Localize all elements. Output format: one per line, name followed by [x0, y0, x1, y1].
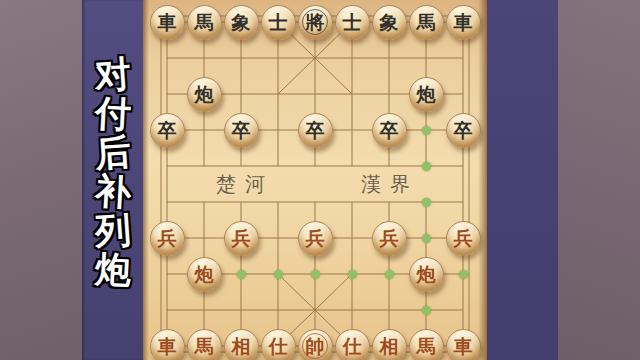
piece-red-advisor[interactable]: 仕 [261, 329, 296, 360]
board-point[interactable]: 炮 [186, 76, 223, 112]
piece-glyph: 象 [232, 13, 251, 32]
board-point[interactable]: 相 [371, 328, 408, 360]
board-point[interactable] [149, 256, 186, 292]
move-hint-dot[interactable] [385, 270, 394, 279]
board-point[interactable]: 卒 [223, 112, 260, 148]
move-hint-dot[interactable] [311, 270, 320, 279]
board-point[interactable] [149, 292, 186, 328]
board-point[interactable] [223, 184, 260, 220]
piece-glyph: 炮 [417, 265, 436, 284]
move-hint-dot[interactable] [274, 270, 283, 279]
board-point[interactable]: 帥 [297, 328, 334, 360]
board-point[interactable] [149, 148, 186, 184]
board-point[interactable] [371, 40, 408, 76]
board-point[interactable] [223, 76, 260, 112]
board-point[interactable] [260, 292, 297, 328]
board-point[interactable] [408, 184, 445, 220]
board-point[interactable]: 炮 [408, 256, 445, 292]
board-point[interactable] [297, 292, 334, 328]
piece-black-elephant[interactable]: 象 [372, 5, 407, 40]
board-point[interactable] [334, 292, 371, 328]
board-point[interactable]: 卒 [445, 112, 482, 148]
piece-glyph: 卒 [380, 121, 399, 140]
piece-glyph: 象 [380, 13, 399, 32]
move-hint-dot[interactable] [459, 270, 468, 279]
board-point[interactable] [334, 220, 371, 256]
board-point[interactable] [334, 112, 371, 148]
board-point[interactable] [334, 40, 371, 76]
piece-red-soldier[interactable]: 兵 [224, 221, 259, 256]
board-point[interactable] [297, 40, 334, 76]
piece-red-chariot[interactable]: 車 [446, 329, 481, 360]
board-point[interactable] [371, 184, 408, 220]
piece-red-horse[interactable]: 馬 [187, 329, 222, 360]
piece-black-chariot[interactable]: 車 [446, 5, 481, 40]
board-point[interactable]: 象 [371, 4, 408, 40]
piece-black-soldier[interactable]: 卒 [150, 113, 185, 148]
piece-black-advisor[interactable]: 士 [261, 5, 296, 40]
board-point[interactable] [334, 256, 371, 292]
banner-char: 对 [93, 55, 132, 96]
move-hint-dot[interactable] [422, 234, 431, 243]
piece-glyph: 帥 [306, 337, 325, 356]
background-strip-right [487, 0, 558, 360]
board-point[interactable]: 卒 [371, 112, 408, 148]
background-panel-left [0, 0, 82, 360]
move-hint-dot[interactable] [237, 270, 246, 279]
board-point[interactable] [371, 292, 408, 328]
piece-glyph: 兵 [306, 229, 325, 248]
piece-red-cannon[interactable]: 炮 [409, 257, 444, 292]
piece-black-horse[interactable]: 馬 [409, 5, 444, 40]
board-point[interactable] [149, 40, 186, 76]
board-point[interactable] [186, 40, 223, 76]
board-point[interactable]: 炮 [186, 256, 223, 292]
board-point[interactable] [445, 256, 482, 292]
board-point[interactable] [223, 256, 260, 292]
banner-char: 后 [93, 133, 132, 174]
piece-glyph: 炮 [417, 85, 436, 104]
board-point[interactable]: 兵 [297, 220, 334, 256]
move-hint-dot[interactable] [348, 270, 357, 279]
board-point[interactable] [149, 76, 186, 112]
piece-red-horse[interactable]: 馬 [409, 329, 444, 360]
piece-red-general[interactable]: 帥 [298, 329, 333, 360]
board-point[interactable]: 士 [334, 4, 371, 40]
board-point[interactable] [260, 256, 297, 292]
board-point[interactable] [223, 148, 260, 184]
board-point[interactable] [186, 148, 223, 184]
board-point[interactable] [445, 292, 482, 328]
board-point[interactable] [223, 40, 260, 76]
board-point[interactable]: 兵 [223, 220, 260, 256]
board-point[interactable]: 相 [223, 328, 260, 360]
board-point[interactable]: 馬 [408, 328, 445, 360]
piece-red-advisor[interactable]: 仕 [335, 329, 370, 360]
board-point[interactable]: 士 [260, 4, 297, 40]
board-point[interactable] [334, 148, 371, 184]
piece-black-advisor[interactable]: 士 [335, 5, 370, 40]
move-hint-dot[interactable] [422, 126, 431, 135]
piece-glyph: 兵 [380, 229, 399, 248]
move-hint-dot[interactable] [422, 198, 431, 207]
board-point[interactable] [260, 184, 297, 220]
board-point[interactable]: 仕 [260, 328, 297, 360]
piece-black-general[interactable]: 將 [298, 5, 333, 40]
board-point[interactable] [186, 220, 223, 256]
banner-char: 付 [94, 94, 132, 135]
board-point[interactable] [371, 148, 408, 184]
board-point[interactable] [149, 184, 186, 220]
board-point[interactable] [260, 148, 297, 184]
board-point[interactable]: 仕 [334, 328, 371, 360]
board-point[interactable] [371, 76, 408, 112]
piece-glyph: 卒 [306, 121, 325, 140]
piece-glyph: 車 [158, 13, 177, 32]
board-point[interactable]: 卒 [149, 112, 186, 148]
board-point[interactable] [186, 292, 223, 328]
piece-glyph: 炮 [195, 85, 214, 104]
board-point[interactable]: 兵 [371, 220, 408, 256]
piece-glyph: 相 [380, 337, 399, 356]
board-point[interactable] [408, 112, 445, 148]
piece-glyph: 馬 [417, 13, 436, 32]
board-point[interactable] [260, 40, 297, 76]
piece-glyph: 士 [269, 13, 288, 32]
xiangqi-board: 楚河 漢界 車馬象士將士象馬車炮炮卒卒卒卒卒兵兵兵兵兵炮炮車馬相仕帥仕相馬車 [143, 0, 487, 360]
piece-red-soldier[interactable]: 兵 [372, 221, 407, 256]
piece-glyph: 卒 [158, 121, 177, 140]
piece-red-elephant[interactable]: 相 [372, 329, 407, 360]
board-point[interactable] [445, 184, 482, 220]
board-point[interactable]: 車 [445, 4, 482, 40]
piece-glyph: 卒 [232, 121, 251, 140]
piece-red-elephant[interactable]: 相 [224, 329, 259, 360]
board-point[interactable] [408, 220, 445, 256]
board-edge-right [478, 0, 487, 360]
piece-glyph: 卒 [454, 121, 473, 140]
board-point[interactable] [186, 112, 223, 148]
piece-black-chariot[interactable]: 車 [150, 5, 185, 40]
piece-black-soldier[interactable]: 卒 [298, 113, 333, 148]
board-point[interactable] [260, 112, 297, 148]
piece-black-soldier[interactable]: 卒 [372, 113, 407, 148]
board-point[interactable]: 馬 [186, 4, 223, 40]
board-point[interactable] [260, 220, 297, 256]
piece-black-soldier[interactable]: 卒 [446, 113, 481, 148]
board-point[interactable]: 馬 [186, 328, 223, 360]
board-point[interactable]: 炮 [408, 76, 445, 112]
piece-glyph: 馬 [195, 337, 214, 356]
piece-glyph: 士 [343, 13, 362, 32]
title-banner: 对 付 后 补 列 炮 [82, 56, 143, 290]
board-point[interactable]: 兵 [149, 220, 186, 256]
piece-black-cannon[interactable]: 炮 [187, 77, 222, 112]
piece-black-horse[interactable]: 馬 [187, 5, 222, 40]
board-point[interactable] [445, 40, 482, 76]
piece-red-cannon[interactable]: 炮 [187, 257, 222, 292]
piece-red-soldier[interactable]: 兵 [298, 221, 333, 256]
piece-glyph: 馬 [417, 337, 436, 356]
piece-black-soldier[interactable]: 卒 [224, 113, 259, 148]
piece-glyph: 相 [232, 337, 251, 356]
piece-glyph: 仕 [269, 337, 288, 356]
banner-char: 列 [93, 211, 132, 252]
xiangqi-app-screen: 对 付 后 补 列 炮 [0, 0, 640, 360]
board-point[interactable] [297, 256, 334, 292]
piece-glyph: 仕 [343, 337, 362, 356]
board-point[interactable]: 車 [445, 328, 482, 360]
piece-glyph: 車 [158, 337, 177, 356]
piece-glyph: 兵 [232, 229, 251, 248]
move-hint-dot[interactable] [422, 162, 431, 171]
piece-glyph: 兵 [454, 229, 473, 248]
piece-red-soldier[interactable]: 兵 [446, 221, 481, 256]
board-point[interactable] [408, 40, 445, 76]
piece-red-chariot[interactable]: 車 [150, 329, 185, 360]
board-point[interactable]: 馬 [408, 4, 445, 40]
board-point[interactable] [334, 184, 371, 220]
board-point[interactable] [297, 148, 334, 184]
board-point[interactable]: 象 [223, 4, 260, 40]
piece-glyph: 車 [454, 13, 473, 32]
board-edge-left [143, 0, 149, 360]
board-point[interactable] [297, 184, 334, 220]
background-panel-right [558, 0, 640, 360]
board-point[interactable]: 將 [297, 4, 334, 40]
board-grid: 車馬象士將士象馬車炮炮卒卒卒卒卒兵兵兵兵兵炮炮車馬相仕帥仕相馬車 [149, 4, 482, 360]
piece-black-cannon[interactable]: 炮 [409, 77, 444, 112]
board-point[interactable]: 車 [149, 328, 186, 360]
banner-char: 补 [94, 172, 132, 213]
board-point[interactable]: 卒 [297, 112, 334, 148]
board-point[interactable] [371, 256, 408, 292]
board-point[interactable] [334, 76, 371, 112]
board-point[interactable] [260, 76, 297, 112]
board-point[interactable] [408, 148, 445, 184]
banner-char: 炮 [94, 250, 132, 291]
piece-black-elephant[interactable]: 象 [224, 5, 259, 40]
board-point[interactable] [408, 292, 445, 328]
board-point[interactable] [297, 76, 334, 112]
board-point[interactable] [223, 292, 260, 328]
board-point[interactable] [445, 76, 482, 112]
board-point[interactable] [186, 184, 223, 220]
piece-glyph: 馬 [195, 13, 214, 32]
board-point[interactable] [445, 148, 482, 184]
board-point[interactable]: 車 [149, 4, 186, 40]
piece-glyph: 兵 [158, 229, 177, 248]
move-hint-dot[interactable] [422, 306, 431, 315]
board-point[interactable]: 兵 [445, 220, 482, 256]
piece-glyph: 將 [306, 13, 325, 32]
piece-red-soldier[interactable]: 兵 [150, 221, 185, 256]
piece-glyph: 車 [454, 337, 473, 356]
piece-glyph: 炮 [195, 265, 214, 284]
